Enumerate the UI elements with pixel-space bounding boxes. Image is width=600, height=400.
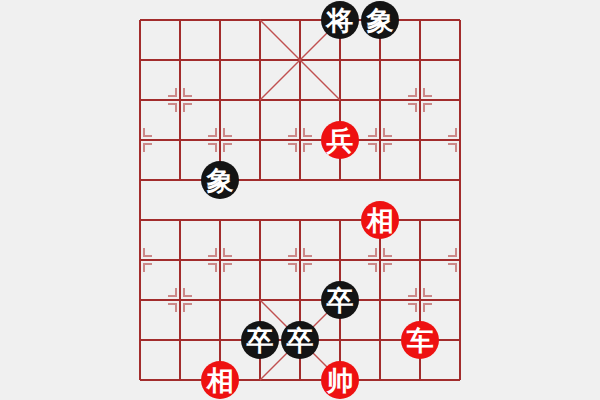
board-point-8-9[interactable]	[440, 360, 480, 400]
board-point-1-8[interactable]	[160, 320, 200, 360]
piece-red-soldier[interactable]: 兵	[321, 121, 359, 159]
board-point-6-1[interactable]	[360, 40, 400, 80]
board-point-5-1[interactable]	[320, 40, 360, 80]
board-point-6-5[interactable]: 相	[360, 200, 400, 240]
board-point-4-6[interactable]	[280, 240, 320, 280]
board-point-4-8[interactable]: 卒	[280, 320, 320, 360]
board-point-4-3[interactable]	[280, 120, 320, 160]
board-point-1-4[interactable]	[160, 160, 200, 200]
board-point-2-0[interactable]	[200, 0, 240, 40]
board-point-5-2[interactable]	[320, 80, 360, 120]
board-point-5-4[interactable]	[320, 160, 360, 200]
board-point-3-6[interactable]	[240, 240, 280, 280]
board-point-1-9[interactable]	[160, 360, 200, 400]
board-point-7-6[interactable]	[400, 240, 440, 280]
board-point-7-5[interactable]	[400, 200, 440, 240]
board-point-0-6[interactable]	[120, 240, 160, 280]
board-point-3-3[interactable]	[240, 120, 280, 160]
board-point-3-4[interactable]	[240, 160, 280, 200]
board-point-0-2[interactable]	[120, 80, 160, 120]
board-point-1-3[interactable]	[160, 120, 200, 160]
board-point-8-5[interactable]	[440, 200, 480, 240]
board-point-2-8[interactable]	[200, 320, 240, 360]
board-point-8-4[interactable]	[440, 160, 480, 200]
board-point-6-0[interactable]: 象	[360, 0, 400, 40]
board-point-5-7[interactable]: 卒	[320, 280, 360, 320]
board-point-7-7[interactable]	[400, 280, 440, 320]
board-point-0-9[interactable]	[120, 360, 160, 400]
board-point-3-5[interactable]	[240, 200, 280, 240]
board-point-4-0[interactable]	[280, 0, 320, 40]
board-point-0-1[interactable]	[120, 40, 160, 80]
board-point-7-3[interactable]	[400, 120, 440, 160]
piece-black-soldier[interactable]: 卒	[241, 321, 279, 359]
board-point-8-7[interactable]	[440, 280, 480, 320]
board-point-6-8[interactable]	[360, 320, 400, 360]
board-point-6-3[interactable]	[360, 120, 400, 160]
board-point-2-3[interactable]	[200, 120, 240, 160]
board-point-0-4[interactable]	[120, 160, 160, 200]
board-point-7-8[interactable]: 车	[400, 320, 440, 360]
piece-black-soldier[interactable]: 卒	[321, 281, 359, 319]
board-point-0-7[interactable]	[120, 280, 160, 320]
board-point-6-9[interactable]	[360, 360, 400, 400]
board-point-1-5[interactable]	[160, 200, 200, 240]
piece-red-elephant[interactable]: 相	[361, 201, 399, 239]
board-point-5-5[interactable]	[320, 200, 360, 240]
piece-red-chariot[interactable]: 车	[401, 321, 439, 359]
board-point-4-1[interactable]	[280, 40, 320, 80]
board-point-5-0[interactable]: 将	[320, 0, 360, 40]
board-point-5-3[interactable]: 兵	[320, 120, 360, 160]
xiangqi-board: 将象兵象相卒卒卒车相帅	[0, 0, 600, 400]
board-point-8-0[interactable]	[440, 0, 480, 40]
board-point-3-9[interactable]	[240, 360, 280, 400]
board-point-4-2[interactable]	[280, 80, 320, 120]
board-point-8-2[interactable]	[440, 80, 480, 120]
board-point-3-7[interactable]	[240, 280, 280, 320]
board-point-3-8[interactable]: 卒	[240, 320, 280, 360]
board-point-8-8[interactable]	[440, 320, 480, 360]
board-point-6-4[interactable]	[360, 160, 400, 200]
board-point-1-7[interactable]	[160, 280, 200, 320]
board-point-0-0[interactable]	[120, 0, 160, 40]
board-point-0-8[interactable]	[120, 320, 160, 360]
board-point-2-7[interactable]	[200, 280, 240, 320]
board-point-7-4[interactable]	[400, 160, 440, 200]
piece-black-elephant[interactable]: 象	[361, 1, 399, 39]
board-point-5-8[interactable]	[320, 320, 360, 360]
board-point-2-5[interactable]	[200, 200, 240, 240]
board-point-0-3[interactable]	[120, 120, 160, 160]
piece-black-soldier[interactable]: 卒	[281, 321, 319, 359]
board-point-7-9[interactable]	[400, 360, 440, 400]
board-point-7-1[interactable]	[400, 40, 440, 80]
board-point-8-6[interactable]	[440, 240, 480, 280]
piece-red-elephant[interactable]: 相	[201, 361, 239, 399]
board-point-7-0[interactable]	[400, 0, 440, 40]
board-point-8-1[interactable]	[440, 40, 480, 80]
board-point-5-6[interactable]	[320, 240, 360, 280]
board-point-1-1[interactable]	[160, 40, 200, 80]
board-point-1-2[interactable]	[160, 80, 200, 120]
board-point-2-2[interactable]	[200, 80, 240, 120]
board-point-1-0[interactable]	[160, 0, 200, 40]
board-point-4-7[interactable]	[280, 280, 320, 320]
board-point-3-1[interactable]	[240, 40, 280, 80]
board-point-6-2[interactable]	[360, 80, 400, 120]
board-point-2-9[interactable]: 相	[200, 360, 240, 400]
piece-black-elephant[interactable]: 象	[201, 161, 239, 199]
board-point-7-2[interactable]	[400, 80, 440, 120]
board-point-2-1[interactable]	[200, 40, 240, 80]
board-point-0-5[interactable]	[120, 200, 160, 240]
board-point-4-4[interactable]	[280, 160, 320, 200]
board-point-3-0[interactable]	[240, 0, 280, 40]
board-point-5-9[interactable]: 帅	[320, 360, 360, 400]
piece-black-general[interactable]: 将	[321, 1, 359, 39]
board-point-8-3[interactable]	[440, 120, 480, 160]
board-point-6-6[interactable]	[360, 240, 400, 280]
board-point-2-6[interactable]	[200, 240, 240, 280]
piece-red-general[interactable]: 帅	[321, 361, 359, 399]
board-grid: 将象兵象相卒卒卒车相帅	[120, 0, 480, 400]
board-point-3-2[interactable]	[240, 80, 280, 120]
board-point-2-4[interactable]: 象	[200, 160, 240, 200]
board-point-4-5[interactable]	[280, 200, 320, 240]
board-point-1-6[interactable]	[160, 240, 200, 280]
board-point-6-7[interactable]	[360, 280, 400, 320]
board-point-4-9[interactable]	[280, 360, 320, 400]
